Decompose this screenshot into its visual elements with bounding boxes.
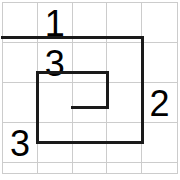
loop-segment-2[interactable] (36, 141, 144, 144)
cell-r2c2[interactable] (73, 83, 108, 123)
clue-cell-r3c0[interactable]: 3 (3, 123, 38, 163)
cell-r1c2[interactable] (73, 43, 108, 83)
cell-r1c4[interactable] (142, 43, 177, 83)
cell-r3c4[interactable] (142, 123, 177, 163)
cell-r2c0[interactable] (3, 83, 38, 123)
slitherlink-puzzle-canvas: 1323 (0, 0, 180, 180)
loop-segment-3[interactable] (36, 71, 39, 144)
clue-cell-r2c4[interactable]: 2 (142, 83, 177, 123)
loop-segment-0[interactable] (1, 36, 144, 39)
cell-r1c0[interactable] (3, 43, 38, 83)
cell-r4c2[interactable] (73, 163, 108, 173)
cell-r1c3[interactable] (107, 43, 142, 83)
loop-segment-4[interactable] (36, 71, 109, 74)
slitherlink-board: 1323 (2, 2, 178, 174)
cell-r2c3[interactable] (107, 83, 142, 123)
cell-r4c3[interactable] (107, 163, 142, 173)
loop-segment-6[interactable] (71, 106, 109, 109)
loop-segment-1[interactable] (141, 36, 144, 144)
cell-r4c0[interactable] (3, 163, 38, 173)
cell-r0c4[interactable] (142, 3, 177, 43)
loop-segment-5[interactable] (106, 71, 109, 109)
cell-r2c1[interactable] (38, 83, 73, 123)
clue-cell-r1c1[interactable]: 3 (38, 43, 73, 83)
cell-r4c4[interactable] (142, 163, 177, 173)
cell-r4c1[interactable] (38, 163, 73, 173)
